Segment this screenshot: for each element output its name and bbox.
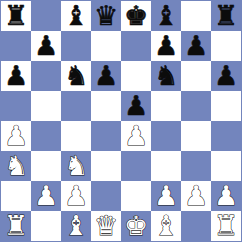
piece-white-bishop[interactable]: ♝ bbox=[64, 211, 88, 241]
square-h1[interactable]: ♜ bbox=[211, 211, 241, 241]
square-g7[interactable]: ♟ bbox=[181, 31, 211, 61]
square-b6[interactable] bbox=[31, 61, 61, 91]
square-g3[interactable] bbox=[181, 151, 211, 181]
piece-white-rook[interactable]: ♜ bbox=[214, 211, 238, 241]
piece-black-pawn[interactable]: ♟ bbox=[34, 31, 58, 61]
square-f2[interactable]: ♟ bbox=[151, 181, 181, 211]
square-b3[interactable] bbox=[31, 151, 61, 181]
piece-black-pawn[interactable]: ♟ bbox=[94, 61, 118, 91]
piece-black-rook[interactable]: ♜ bbox=[4, 1, 28, 31]
piece-black-king[interactable]: ♚ bbox=[124, 1, 148, 31]
square-a5[interactable] bbox=[1, 91, 31, 121]
square-h8[interactable]: ♜ bbox=[211, 1, 241, 31]
piece-black-pawn[interactable]: ♟ bbox=[4, 61, 28, 91]
square-c6[interactable]: ♞ bbox=[61, 61, 91, 91]
piece-black-pawn[interactable]: ♟ bbox=[184, 31, 208, 61]
square-g1[interactable] bbox=[181, 211, 211, 241]
piece-white-queen[interactable]: ♛ bbox=[94, 211, 118, 241]
square-a7[interactable] bbox=[1, 31, 31, 61]
square-h4[interactable] bbox=[211, 121, 241, 151]
square-h3[interactable] bbox=[211, 151, 241, 181]
square-c3[interactable]: ♞ bbox=[61, 151, 91, 181]
square-f6[interactable]: ♞ bbox=[151, 61, 181, 91]
square-e3[interactable] bbox=[121, 151, 151, 181]
square-e5[interactable]: ♟ bbox=[121, 91, 151, 121]
piece-black-bishop[interactable]: ♝ bbox=[64, 1, 88, 31]
square-d4[interactable] bbox=[91, 121, 121, 151]
square-f4[interactable] bbox=[151, 121, 181, 151]
square-a4[interactable]: ♟ bbox=[1, 121, 31, 151]
square-c7[interactable] bbox=[61, 31, 91, 61]
square-a6[interactable]: ♟ bbox=[1, 61, 31, 91]
square-e8[interactable]: ♚ bbox=[121, 1, 151, 31]
piece-black-bishop[interactable]: ♝ bbox=[154, 1, 178, 31]
square-g8[interactable] bbox=[181, 1, 211, 31]
piece-white-pawn[interactable]: ♟ bbox=[4, 121, 28, 151]
piece-white-pawn[interactable]: ♟ bbox=[214, 181, 238, 211]
square-e6[interactable] bbox=[121, 61, 151, 91]
piece-white-pawn[interactable]: ♟ bbox=[64, 181, 88, 211]
square-g6[interactable] bbox=[181, 61, 211, 91]
square-f8[interactable]: ♝ bbox=[151, 1, 181, 31]
piece-black-rook[interactable]: ♜ bbox=[214, 1, 238, 31]
square-h7[interactable] bbox=[211, 31, 241, 61]
square-b4[interactable] bbox=[31, 121, 61, 151]
square-d1[interactable]: ♛ bbox=[91, 211, 121, 241]
square-e4[interactable]: ♟ bbox=[121, 121, 151, 151]
square-a2[interactable] bbox=[1, 181, 31, 211]
square-f5[interactable] bbox=[151, 91, 181, 121]
piece-white-pawn[interactable]: ♟ bbox=[184, 181, 208, 211]
piece-black-knight[interactable]: ♞ bbox=[64, 61, 88, 91]
square-b8[interactable] bbox=[31, 1, 61, 31]
piece-white-pawn[interactable]: ♟ bbox=[34, 181, 58, 211]
square-f7[interactable]: ♟ bbox=[151, 31, 181, 61]
piece-black-pawn[interactable]: ♟ bbox=[214, 61, 238, 91]
square-c8[interactable]: ♝ bbox=[61, 1, 91, 31]
square-d3[interactable] bbox=[91, 151, 121, 181]
square-f1[interactable]: ♝ bbox=[151, 211, 181, 241]
square-g5[interactable] bbox=[181, 91, 211, 121]
square-c5[interactable] bbox=[61, 91, 91, 121]
square-h6[interactable]: ♟ bbox=[211, 61, 241, 91]
square-g4[interactable] bbox=[181, 121, 211, 151]
piece-black-pawn[interactable]: ♟ bbox=[124, 91, 148, 121]
piece-black-knight[interactable]: ♞ bbox=[154, 61, 178, 91]
piece-white-pawn[interactable]: ♟ bbox=[124, 121, 148, 151]
chess-board: ♜♝♛♚♝♜♟♟♟♟♞♟♞♟♟♟♟♞♞♟♟♟♟♟♜♝♛♚♝♜ bbox=[0, 0, 242, 242]
piece-white-bishop[interactable]: ♝ bbox=[154, 211, 178, 241]
square-b5[interactable] bbox=[31, 91, 61, 121]
square-f3[interactable] bbox=[151, 151, 181, 181]
piece-white-rook[interactable]: ♜ bbox=[4, 211, 28, 241]
square-d8[interactable]: ♛ bbox=[91, 1, 121, 31]
square-a8[interactable]: ♜ bbox=[1, 1, 31, 31]
square-b7[interactable]: ♟ bbox=[31, 31, 61, 61]
piece-black-queen[interactable]: ♛ bbox=[94, 1, 118, 31]
square-h2[interactable]: ♟ bbox=[211, 181, 241, 211]
square-d5[interactable] bbox=[91, 91, 121, 121]
square-a1[interactable]: ♜ bbox=[1, 211, 31, 241]
square-e7[interactable] bbox=[121, 31, 151, 61]
square-e1[interactable]: ♚ bbox=[121, 211, 151, 241]
piece-white-pawn[interactable]: ♟ bbox=[154, 181, 178, 211]
piece-white-knight[interactable]: ♞ bbox=[4, 151, 28, 181]
square-c4[interactable] bbox=[61, 121, 91, 151]
piece-white-king[interactable]: ♚ bbox=[124, 211, 148, 241]
square-b2[interactable]: ♟ bbox=[31, 181, 61, 211]
square-d2[interactable] bbox=[91, 181, 121, 211]
square-d6[interactable]: ♟ bbox=[91, 61, 121, 91]
square-a3[interactable]: ♞ bbox=[1, 151, 31, 181]
square-b1[interactable] bbox=[31, 211, 61, 241]
square-d7[interactable] bbox=[91, 31, 121, 61]
square-g2[interactable]: ♟ bbox=[181, 181, 211, 211]
square-e2[interactable] bbox=[121, 181, 151, 211]
piece-black-pawn[interactable]: ♟ bbox=[154, 31, 178, 61]
square-c2[interactable]: ♟ bbox=[61, 181, 91, 211]
square-h5[interactable] bbox=[211, 91, 241, 121]
square-c1[interactable]: ♝ bbox=[61, 211, 91, 241]
piece-white-knight[interactable]: ♞ bbox=[64, 151, 88, 181]
